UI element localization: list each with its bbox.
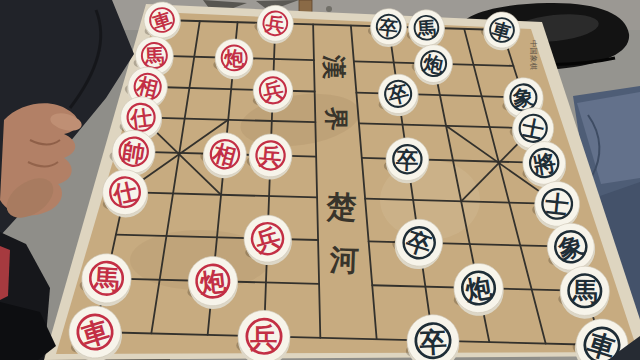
river-label-he: 河 — [328, 243, 359, 278]
piece-character: 馬 — [571, 276, 599, 306]
river-label-han: 漢 — [320, 54, 349, 79]
piece-character: 馬 — [143, 44, 165, 69]
piece-character: 兵 — [249, 321, 277, 353]
piece-character: 卒 — [395, 146, 419, 173]
piece-character: 炮 — [197, 266, 227, 299]
piece-character: 帥 — [121, 138, 147, 167]
river-label-jie: 界 — [322, 106, 351, 131]
piece-character: 馬 — [92, 263, 121, 295]
board-margin-brand-text: 中国象棋 — [529, 40, 538, 71]
piece-character: 士 — [544, 189, 571, 219]
street-xiangqi-scene: 漢界楚河 中国象棋 車兵卒馬車馬炮炮相兵卒象仕士帥相兵卒將仕士兵卒象馬炮炮馬車兵… — [0, 0, 640, 360]
piece-character: 炮 — [223, 46, 244, 70]
piece-character: 卒 — [378, 15, 400, 39]
piece-character: 馬 — [415, 17, 436, 40]
river-label-chu: 楚 — [325, 189, 358, 225]
piece-character: 仕 — [128, 104, 154, 132]
piece-character: 象 — [511, 85, 535, 111]
piece-character: 兵 — [257, 142, 283, 170]
piece-character: 卒 — [418, 325, 448, 358]
piece-character: 兵 — [263, 11, 287, 36]
piece-character: 炮 — [463, 272, 494, 306]
pebble — [326, 6, 332, 12]
